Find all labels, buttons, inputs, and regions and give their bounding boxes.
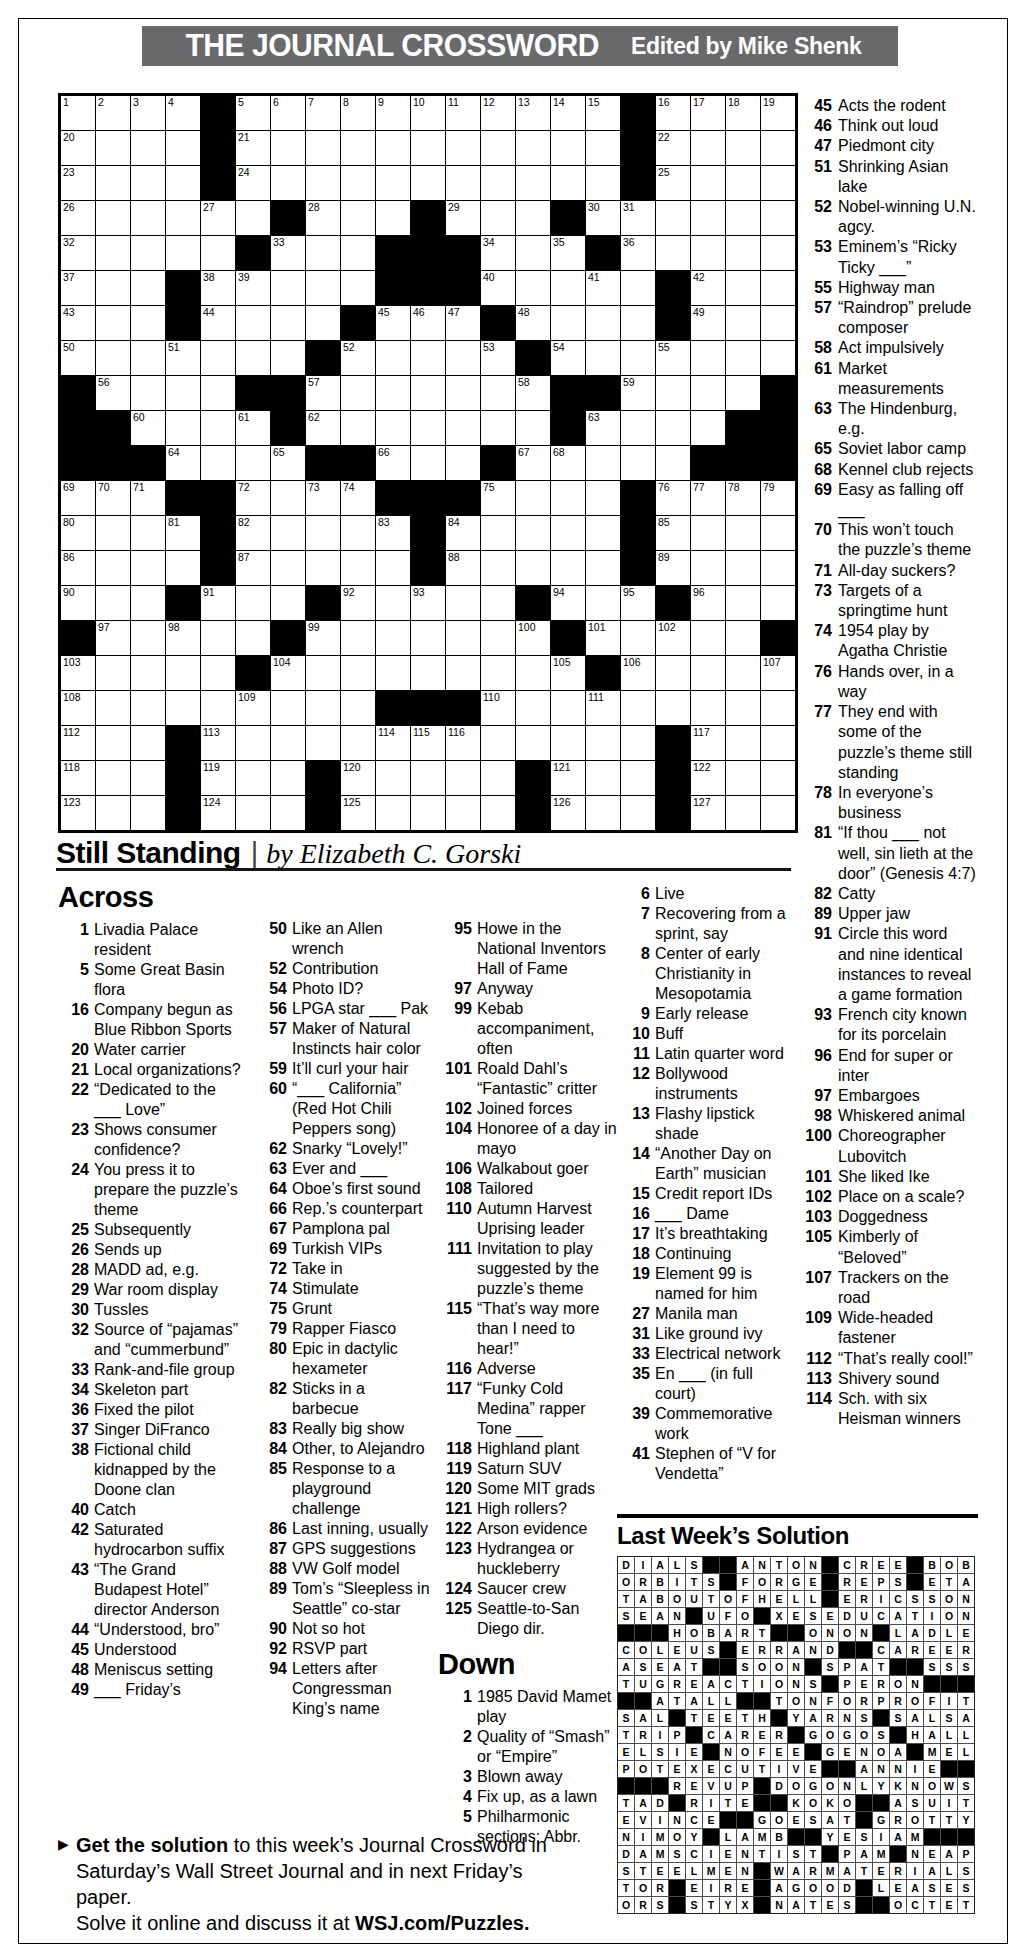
grid-cell[interactable]: 15	[586, 96, 620, 130]
grid-cell[interactable]: 17	[691, 96, 725, 130]
grid-cell[interactable]	[376, 586, 410, 620]
grid-cell[interactable]	[446, 656, 480, 690]
grid-cell[interactable]: 69	[61, 481, 95, 515]
grid-cell[interactable]	[341, 691, 375, 725]
grid-cell[interactable]	[131, 796, 165, 830]
grid-cell[interactable]	[516, 201, 550, 235]
grid-cell[interactable]	[761, 306, 795, 340]
grid-cell[interactable]: 79	[761, 481, 795, 515]
grid-cell[interactable]	[726, 201, 760, 235]
grid-cell[interactable]	[551, 551, 585, 585]
grid-cell[interactable]	[306, 551, 340, 585]
grid-cell[interactable]: 77	[691, 481, 725, 515]
grid-cell[interactable]	[481, 621, 515, 655]
grid-cell[interactable]	[761, 271, 795, 305]
grid-cell[interactable]	[726, 166, 760, 200]
grid-cell[interactable]	[166, 411, 200, 445]
grid-cell[interactable]: 21	[236, 131, 270, 165]
grid-cell[interactable]	[586, 341, 620, 375]
grid-cell[interactable]: 68	[551, 446, 585, 480]
grid-cell[interactable]	[691, 131, 725, 165]
grid-cell[interactable]	[481, 551, 515, 585]
grid-cell[interactable]	[621, 446, 655, 480]
grid-cell[interactable]	[411, 796, 445, 830]
grid-cell[interactable]	[271, 481, 305, 515]
grid-cell[interactable]: 82	[236, 516, 270, 550]
grid-cell[interactable]	[96, 761, 130, 795]
grid-cell[interactable]	[96, 166, 130, 200]
grid-cell[interactable]: 4	[166, 96, 200, 130]
grid-cell[interactable]	[481, 201, 515, 235]
grid-cell[interactable]: 101	[586, 621, 620, 655]
grid-cell[interactable]	[96, 551, 130, 585]
grid-cell[interactable]: 111	[586, 691, 620, 725]
grid-cell[interactable]	[551, 271, 585, 305]
grid-cell[interactable]: 122	[691, 761, 725, 795]
grid-cell[interactable]	[131, 131, 165, 165]
grid-cell[interactable]: 28	[306, 201, 340, 235]
grid-cell[interactable]: 98	[166, 621, 200, 655]
grid-cell[interactable]	[586, 761, 620, 795]
grid-cell[interactable]	[341, 201, 375, 235]
grid-cell[interactable]: 36	[621, 236, 655, 270]
grid-cell[interactable]: 86	[61, 551, 95, 585]
grid-cell[interactable]	[691, 201, 725, 235]
grid-cell[interactable]	[306, 726, 340, 760]
grid-cell[interactable]: 106	[621, 656, 655, 690]
grid-cell[interactable]	[726, 691, 760, 725]
grid-cell[interactable]	[761, 551, 795, 585]
grid-cell[interactable]	[271, 516, 305, 550]
grid-cell[interactable]	[411, 656, 445, 690]
grid-cell[interactable]: 110	[481, 691, 515, 725]
grid-cell[interactable]	[131, 726, 165, 760]
grid-cell[interactable]	[96, 131, 130, 165]
grid-cell[interactable]	[621, 761, 655, 795]
grid-cell[interactable]	[411, 446, 445, 480]
grid-cell[interactable]: 74	[341, 481, 375, 515]
grid-cell[interactable]	[481, 726, 515, 760]
grid-cell[interactable]: 1	[61, 96, 95, 130]
grid-cell[interactable]	[481, 131, 515, 165]
grid-cell[interactable]	[516, 236, 550, 270]
grid-cell[interactable]	[306, 236, 340, 270]
grid-cell[interactable]	[481, 411, 515, 445]
grid-cell[interactable]	[761, 796, 795, 830]
grid-cell[interactable]	[131, 656, 165, 690]
grid-cell[interactable]	[96, 726, 130, 760]
grid-cell[interactable]	[446, 376, 480, 410]
grid-cell[interactable]	[131, 201, 165, 235]
grid-cell[interactable]	[271, 691, 305, 725]
grid-cell[interactable]: 55	[656, 341, 690, 375]
grid-cell[interactable]: 52	[341, 341, 375, 375]
grid-cell[interactable]	[446, 796, 480, 830]
grid-cell[interactable]	[726, 516, 760, 550]
grid-cell[interactable]	[96, 306, 130, 340]
grid-cell[interactable]	[131, 166, 165, 200]
grid-cell[interactable]	[621, 691, 655, 725]
grid-cell[interactable]	[621, 306, 655, 340]
grid-cell[interactable]	[411, 341, 445, 375]
grid-cell[interactable]	[411, 166, 445, 200]
grid-cell[interactable]	[691, 691, 725, 725]
grid-cell[interactable]	[341, 516, 375, 550]
grid-cell[interactable]	[551, 166, 585, 200]
grid-cell[interactable]	[621, 341, 655, 375]
grid-cell[interactable]	[726, 761, 760, 795]
grid-cell[interactable]	[481, 166, 515, 200]
grid-cell[interactable]: 49	[691, 306, 725, 340]
grid-cell[interactable]	[96, 271, 130, 305]
grid-cell[interactable]	[761, 691, 795, 725]
grid-cell[interactable]	[726, 306, 760, 340]
grid-cell[interactable]	[656, 411, 690, 445]
grid-cell[interactable]: 48	[516, 306, 550, 340]
grid-cell[interactable]	[306, 656, 340, 690]
grid-cell[interactable]: 46	[411, 306, 445, 340]
grid-cell[interactable]	[236, 796, 270, 830]
grid-cell[interactable]	[166, 656, 200, 690]
grid-cell[interactable]	[761, 341, 795, 375]
grid-cell[interactable]	[376, 656, 410, 690]
grid-cell[interactable]	[691, 551, 725, 585]
grid-cell[interactable]: 115	[411, 726, 445, 760]
grid-cell[interactable]	[481, 796, 515, 830]
grid-cell[interactable]	[271, 761, 305, 795]
grid-cell[interactable]	[586, 516, 620, 550]
grid-cell[interactable]	[691, 166, 725, 200]
grid-cell[interactable]	[131, 586, 165, 620]
grid-cell[interactable]: 42	[691, 271, 725, 305]
grid-cell[interactable]	[481, 586, 515, 620]
grid-cell[interactable]	[236, 201, 270, 235]
grid-cell[interactable]: 83	[376, 516, 410, 550]
grid-cell[interactable]	[726, 621, 760, 655]
grid-cell[interactable]	[586, 796, 620, 830]
grid-cell[interactable]: 18	[726, 96, 760, 130]
grid-cell[interactable]	[131, 341, 165, 375]
grid-cell[interactable]	[551, 131, 585, 165]
grid-cell[interactable]: 22	[656, 131, 690, 165]
grid-cell[interactable]: 100	[516, 621, 550, 655]
grid-cell[interactable]	[166, 131, 200, 165]
grid-cell[interactable]: 24	[236, 166, 270, 200]
grid-cell[interactable]	[96, 656, 130, 690]
grid-cell[interactable]	[376, 201, 410, 235]
grid-cell[interactable]	[131, 691, 165, 725]
grid-cell[interactable]	[271, 306, 305, 340]
grid-cell[interactable]	[656, 691, 690, 725]
grid-cell[interactable]: 123	[61, 796, 95, 830]
grid-cell[interactable]: 80	[61, 516, 95, 550]
grid-cell[interactable]: 7	[306, 96, 340, 130]
grid-cell[interactable]: 32	[61, 236, 95, 270]
grid-cell[interactable]	[586, 586, 620, 620]
grid-cell[interactable]	[586, 481, 620, 515]
grid-cell[interactable]: 107	[761, 656, 795, 690]
grid-cell[interactable]	[376, 411, 410, 445]
grid-cell[interactable]: 112	[61, 726, 95, 760]
grid-cell[interactable]: 102	[656, 621, 690, 655]
grid-cell[interactable]	[96, 341, 130, 375]
grid-cell[interactable]: 40	[481, 271, 515, 305]
grid-cell[interactable]: 96	[691, 586, 725, 620]
grid-cell[interactable]: 33	[271, 236, 305, 270]
grid-cell[interactable]	[691, 516, 725, 550]
grid-cell[interactable]	[481, 761, 515, 795]
grid-cell[interactable]: 2	[96, 96, 130, 130]
grid-cell[interactable]: 104	[271, 656, 305, 690]
grid-cell[interactable]	[761, 166, 795, 200]
grid-cell[interactable]	[201, 656, 235, 690]
grid-cell[interactable]	[201, 446, 235, 480]
grid-cell[interactable]: 20	[61, 131, 95, 165]
grid-cell[interactable]: 13	[516, 96, 550, 130]
grid-cell[interactable]	[131, 621, 165, 655]
grid-cell[interactable]	[516, 656, 550, 690]
grid-cell[interactable]	[166, 201, 200, 235]
grid-cell[interactable]	[306, 271, 340, 305]
grid-cell[interactable]	[96, 236, 130, 270]
grid-cell[interactable]	[411, 621, 445, 655]
grid-cell[interactable]	[166, 551, 200, 585]
grid-cell[interactable]	[586, 166, 620, 200]
grid-cell[interactable]: 64	[166, 446, 200, 480]
grid-cell[interactable]: 66	[376, 446, 410, 480]
grid-cell[interactable]: 56	[96, 376, 130, 410]
grid-cell[interactable]	[166, 691, 200, 725]
grid-cell[interactable]: 37	[61, 271, 95, 305]
grid-cell[interactable]	[726, 376, 760, 410]
grid-cell[interactable]	[551, 481, 585, 515]
grid-cell[interactable]: 70	[96, 481, 130, 515]
grid-cell[interactable]: 57	[306, 376, 340, 410]
grid-cell[interactable]: 105	[551, 656, 585, 690]
grid-cell[interactable]	[726, 796, 760, 830]
grid-cell[interactable]	[586, 131, 620, 165]
grid-cell[interactable]	[691, 411, 725, 445]
grid-cell[interactable]: 51	[166, 341, 200, 375]
grid-cell[interactable]	[201, 376, 235, 410]
grid-cell[interactable]: 84	[446, 516, 480, 550]
grid-cell[interactable]: 59	[621, 376, 655, 410]
grid-cell[interactable]: 3	[131, 96, 165, 130]
grid-cell[interactable]	[166, 166, 200, 200]
grid-cell[interactable]	[201, 691, 235, 725]
grid-cell[interactable]	[271, 586, 305, 620]
grid-cell[interactable]	[761, 236, 795, 270]
grid-cell[interactable]	[131, 761, 165, 795]
grid-cell[interactable]	[516, 516, 550, 550]
grid-cell[interactable]	[656, 656, 690, 690]
grid-cell[interactable]	[586, 306, 620, 340]
grid-cell[interactable]: 109	[236, 691, 270, 725]
grid-cell[interactable]	[586, 446, 620, 480]
grid-cell[interactable]: 27	[201, 201, 235, 235]
grid-cell[interactable]	[446, 411, 480, 445]
grid-cell[interactable]	[516, 411, 550, 445]
grid-cell[interactable]	[516, 691, 550, 725]
grid-cell[interactable]	[761, 201, 795, 235]
grid-cell[interactable]: 43	[61, 306, 95, 340]
grid-cell[interactable]: 73	[306, 481, 340, 515]
grid-cell[interactable]	[131, 271, 165, 305]
grid-cell[interactable]	[236, 621, 270, 655]
grid-cell[interactable]: 61	[236, 411, 270, 445]
grid-cell[interactable]	[446, 166, 480, 200]
grid-cell[interactable]	[376, 796, 410, 830]
grid-cell[interactable]: 53	[481, 341, 515, 375]
grid-cell[interactable]	[271, 726, 305, 760]
grid-cell[interactable]	[621, 621, 655, 655]
grid-cell[interactable]	[551, 306, 585, 340]
grid-cell[interactable]	[341, 236, 375, 270]
grid-cell[interactable]	[271, 341, 305, 375]
grid-cell[interactable]	[761, 761, 795, 795]
grid-cell[interactable]: 6	[271, 96, 305, 130]
grid-cell[interactable]	[691, 236, 725, 270]
grid-cell[interactable]	[516, 726, 550, 760]
grid-cell[interactable]	[341, 411, 375, 445]
grid-cell[interactable]: 99	[306, 621, 340, 655]
grid-cell[interactable]: 35	[551, 236, 585, 270]
grid-cell[interactable]	[271, 166, 305, 200]
grid-cell[interactable]: 63	[586, 411, 620, 445]
grid-cell[interactable]	[621, 271, 655, 305]
grid-cell[interactable]: 10	[411, 96, 445, 130]
grid-cell[interactable]	[726, 726, 760, 760]
grid-cell[interactable]	[656, 201, 690, 235]
grid-cell[interactable]	[96, 691, 130, 725]
grid-cell[interactable]	[306, 516, 340, 550]
grid-cell[interactable]	[306, 166, 340, 200]
grid-cell[interactable]	[96, 201, 130, 235]
grid-cell[interactable]	[341, 621, 375, 655]
grid-cell[interactable]	[271, 131, 305, 165]
grid-cell[interactable]	[201, 236, 235, 270]
grid-cell[interactable]	[446, 446, 480, 480]
grid-cell[interactable]	[166, 236, 200, 270]
grid-cell[interactable]	[551, 726, 585, 760]
grid-cell[interactable]: 31	[621, 201, 655, 235]
grid-cell[interactable]	[376, 621, 410, 655]
grid-cell[interactable]	[691, 376, 725, 410]
grid-cell[interactable]	[411, 131, 445, 165]
grid-cell[interactable]	[236, 586, 270, 620]
grid-cell[interactable]: 81	[166, 516, 200, 550]
grid-cell[interactable]: 71	[131, 481, 165, 515]
grid-cell[interactable]: 44	[201, 306, 235, 340]
grid-cell[interactable]: 78	[726, 481, 760, 515]
grid-cell[interactable]: 114	[376, 726, 410, 760]
grid-cell[interactable]	[271, 796, 305, 830]
grid-cell[interactable]	[96, 586, 130, 620]
grid-cell[interactable]	[166, 376, 200, 410]
grid-cell[interactable]	[131, 236, 165, 270]
grid-cell[interactable]	[131, 551, 165, 585]
grid-cell[interactable]: 93	[411, 586, 445, 620]
grid-cell[interactable]	[341, 131, 375, 165]
grid-cell[interactable]	[271, 551, 305, 585]
grid-cell[interactable]	[516, 551, 550, 585]
grid-cell[interactable]	[131, 376, 165, 410]
grid-cell[interactable]: 29	[446, 201, 480, 235]
grid-cell[interactable]: 5	[236, 96, 270, 130]
grid-cell[interactable]: 85	[656, 516, 690, 550]
grid-cell[interactable]	[131, 306, 165, 340]
grid-cell[interactable]	[376, 761, 410, 795]
grid-cell[interactable]: 103	[61, 656, 95, 690]
grid-cell[interactable]	[726, 656, 760, 690]
grid-cell[interactable]	[621, 411, 655, 445]
grid-cell[interactable]: 76	[656, 481, 690, 515]
grid-cell[interactable]: 47	[446, 306, 480, 340]
grid-cell[interactable]	[376, 166, 410, 200]
grid-cell[interactable]: 65	[271, 446, 305, 480]
grid-cell[interactable]	[586, 726, 620, 760]
grid-cell[interactable]	[481, 516, 515, 550]
grid-cell[interactable]	[621, 796, 655, 830]
grid-cell[interactable]	[341, 726, 375, 760]
grid-cell[interactable]	[411, 376, 445, 410]
grid-cell[interactable]	[656, 376, 690, 410]
grid-cell[interactable]: 67	[516, 446, 550, 480]
grid-cell[interactable]: 124	[201, 796, 235, 830]
grid-cell[interactable]	[691, 341, 725, 375]
grid-cell[interactable]: 14	[551, 96, 585, 130]
grid-cell[interactable]	[131, 516, 165, 550]
grid-cell[interactable]: 95	[621, 586, 655, 620]
grid-cell[interactable]	[446, 586, 480, 620]
grid-cell[interactable]	[446, 131, 480, 165]
grid-cell[interactable]	[341, 551, 375, 585]
grid-cell[interactable]	[586, 551, 620, 585]
grid-cell[interactable]	[341, 271, 375, 305]
grid-cell[interactable]	[516, 271, 550, 305]
grid-cell[interactable]	[446, 341, 480, 375]
grid-cell[interactable]	[726, 271, 760, 305]
grid-cell[interactable]: 72	[236, 481, 270, 515]
grid-cell[interactable]	[726, 586, 760, 620]
grid-cell[interactable]: 39	[236, 271, 270, 305]
grid-cell[interactable]: 90	[61, 586, 95, 620]
grid-cell[interactable]: 89	[656, 551, 690, 585]
grid-cell[interactable]: 50	[61, 341, 95, 375]
grid-cell[interactable]	[96, 796, 130, 830]
grid-cell[interactable]: 88	[446, 551, 480, 585]
grid-cell[interactable]: 12	[481, 96, 515, 130]
grid-cell[interactable]	[376, 376, 410, 410]
grid-cell[interactable]	[551, 691, 585, 725]
grid-cell[interactable]: 19	[761, 96, 795, 130]
grid-cell[interactable]: 23	[61, 166, 95, 200]
grid-cell[interactable]: 38	[201, 271, 235, 305]
grid-cell[interactable]	[341, 166, 375, 200]
grid-cell[interactable]	[201, 621, 235, 655]
grid-cell[interactable]	[621, 726, 655, 760]
grid-cell[interactable]	[376, 551, 410, 585]
grid-cell[interactable]	[726, 131, 760, 165]
grid-cell[interactable]: 16	[656, 96, 690, 130]
grid-cell[interactable]	[446, 621, 480, 655]
grid-cell[interactable]	[656, 446, 690, 480]
grid-cell[interactable]	[236, 306, 270, 340]
grid-cell[interactable]: 87	[236, 551, 270, 585]
grid-cell[interactable]: 41	[586, 271, 620, 305]
grid-cell[interactable]: 26	[61, 201, 95, 235]
grid-cell[interactable]: 34	[481, 236, 515, 270]
